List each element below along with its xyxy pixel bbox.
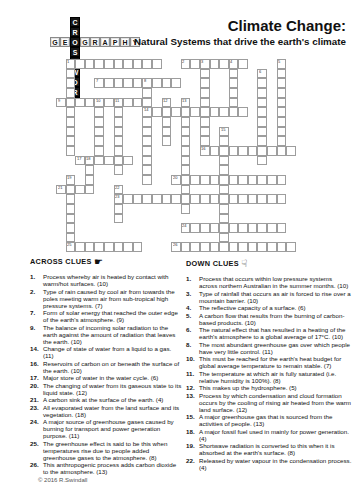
grid-cell[interactable]: [248, 223, 258, 233]
clue-number: 26.: [30, 461, 43, 475]
clue-item: 25.The greenhouse effect is said to be t…: [30, 440, 182, 461]
grid-cell[interactable]: [200, 69, 210, 79]
grid-cell[interactable]: 7: [94, 78, 104, 88]
grid-cell[interactable]: [267, 194, 277, 204]
grid-cell[interactable]: [142, 156, 152, 166]
grid-cell[interactable]: [210, 175, 220, 185]
grid-cell[interactable]: [277, 242, 287, 252]
grid-cell[interactable]: [114, 78, 124, 88]
grid-cell[interactable]: [181, 165, 191, 175]
grid-cell[interactable]: [133, 242, 143, 252]
grid-cell[interactable]: [277, 194, 287, 204]
grid-cell[interactable]: [75, 242, 85, 252]
grid-cell[interactable]: [257, 88, 267, 98]
grid-cell[interactable]: [248, 146, 258, 156]
grid-cell[interactable]: [229, 223, 239, 233]
grid-cell[interactable]: [75, 185, 85, 195]
grid-cell[interactable]: [210, 59, 220, 69]
grid-cell[interactable]: [200, 88, 210, 98]
grid-cell[interactable]: [162, 127, 172, 137]
cell-number: 22: [115, 186, 119, 190]
grid-cell[interactable]: 19: [66, 175, 76, 185]
clue-text: Shortwave radiation is converted to this…: [199, 442, 352, 456]
grid-cell[interactable]: [171, 107, 181, 117]
grid-cell[interactable]: [257, 194, 267, 204]
grid-cell[interactable]: [181, 242, 191, 252]
grid-cell[interactable]: [190, 107, 200, 117]
grid-cell[interactable]: 18: [85, 156, 95, 166]
clue-item: 18.A major fossil fuel used in mainly fo…: [186, 428, 352, 442]
grid-cell[interactable]: [66, 69, 76, 79]
grid-cell[interactable]: [133, 78, 143, 88]
grid-cell[interactable]: [85, 175, 95, 185]
grid-cell[interactable]: [142, 136, 152, 146]
grid-cell[interactable]: [66, 88, 76, 98]
grid-cell[interactable]: [94, 156, 104, 166]
grid-cell[interactable]: [114, 204, 124, 214]
grid-cell[interactable]: 4: [229, 59, 239, 69]
page-title: Climate Change:: [228, 17, 346, 34]
grid-cell[interactable]: [181, 136, 191, 146]
grid-cell[interactable]: [114, 165, 124, 175]
grid-cell[interactable]: [219, 204, 229, 214]
grid-cell[interactable]: [238, 59, 248, 69]
clue-number: 21.: [30, 396, 43, 403]
clue-number: 15.: [186, 413, 199, 427]
grid-cell[interactable]: [162, 107, 172, 117]
grid-cell[interactable]: [152, 78, 162, 88]
clue-text: Change of state of water from a liquid t…: [43, 345, 182, 359]
grid-cell[interactable]: [257, 136, 267, 146]
clue-text: Process whereby air is heated by contact…: [43, 273, 182, 287]
grid-cell[interactable]: [210, 194, 220, 204]
grid-cell[interactable]: [75, 59, 85, 69]
grid-cell[interactable]: [85, 242, 95, 252]
grid-cell[interactable]: [229, 242, 239, 252]
grid-cell[interactable]: [238, 242, 248, 252]
grid-cell[interactable]: [94, 127, 104, 137]
grid-cell[interactable]: [200, 107, 210, 117]
grid-cell[interactable]: [66, 185, 76, 195]
grid-cell[interactable]: [181, 107, 191, 117]
clue-number: 16.: [30, 360, 43, 374]
cell-number: 20: [173, 176, 177, 180]
grid-cell[interactable]: [133, 59, 143, 69]
clue-text: The greenhouse effect is said to be this…: [43, 440, 182, 461]
grid-cell[interactable]: [219, 223, 229, 233]
grid-cell[interactable]: [219, 242, 229, 252]
grid-cell[interactable]: [257, 223, 267, 233]
clue-number: 7.: [30, 309, 43, 323]
down-clues-section: DOWN CLUES ☟ 1.Process that occurs withi…: [186, 260, 352, 471]
clue-number: 12.: [186, 384, 199, 391]
grid-cell[interactable]: [75, 98, 85, 108]
grid-cell[interactable]: [104, 242, 114, 252]
grid-cell[interactable]: [162, 194, 172, 204]
grid-cell[interactable]: [219, 107, 229, 117]
grid-cell[interactable]: [219, 165, 229, 175]
grid-cell[interactable]: [190, 59, 200, 69]
clue-number: 6.: [186, 326, 199, 340]
clue-number: 2.: [30, 288, 43, 309]
grid-cell[interactable]: [66, 127, 76, 137]
clue-number: 1.: [186, 275, 199, 289]
logo-letter-tile: A: [100, 37, 110, 47]
grid-cell[interactable]: [277, 146, 287, 156]
grid-cell[interactable]: [200, 78, 210, 88]
grid-cell[interactable]: [277, 98, 287, 108]
cell-number: 14: [144, 108, 148, 112]
clue-text: A carbon sink at the surface of the eart…: [43, 396, 182, 403]
logo-letter-tile: O: [70, 37, 80, 47]
grid-cell[interactable]: [248, 194, 258, 204]
grid-cell[interactable]: [171, 78, 181, 88]
grid-cell[interactable]: [114, 214, 124, 224]
cell-number: 3: [201, 60, 203, 64]
grid-cell[interactable]: [94, 107, 104, 117]
grid-cell[interactable]: 24: [181, 223, 191, 233]
grid-cell[interactable]: [142, 117, 152, 127]
grid-cell[interactable]: [114, 59, 124, 69]
cell-number: 16: [201, 147, 205, 151]
clue-item: 9.The balance of incoming solar radiatio…: [30, 324, 182, 345]
grid-cell[interactable]: [114, 107, 124, 117]
cell-number: 11: [115, 99, 119, 103]
grid-cell[interactable]: [267, 175, 277, 185]
grid-cell[interactable]: [257, 78, 267, 88]
grid-cell[interactable]: [162, 78, 172, 88]
page-subtitle: Natural Systems that drive the earth's c…: [134, 36, 346, 47]
grid-cell[interactable]: [210, 223, 220, 233]
grid-cell[interactable]: [181, 185, 191, 195]
grid-cell[interactable]: [286, 242, 296, 252]
grid-cell[interactable]: [190, 242, 200, 252]
grid-cell[interactable]: 25: [66, 242, 76, 252]
grid-cell[interactable]: [133, 98, 143, 108]
grid-cell[interactable]: [238, 194, 248, 204]
clue-number: 1.: [30, 273, 43, 287]
clue-number: 25.: [30, 440, 43, 461]
grid-cell[interactable]: 12: [162, 98, 172, 108]
grid-cell[interactable]: [229, 107, 239, 117]
grid-cell[interactable]: [66, 194, 76, 204]
grid-cell[interactable]: [267, 242, 277, 252]
grid-cell[interactable]: [200, 175, 210, 185]
grid-cell[interactable]: 16: [200, 146, 210, 156]
grid-cell[interactable]: [123, 194, 133, 204]
grid-cell[interactable]: [94, 146, 104, 156]
clue-number: 22.: [186, 457, 199, 471]
grid-cell[interactable]: [66, 223, 76, 233]
grid-cell[interactable]: [85, 165, 95, 175]
grid-cell[interactable]: [133, 194, 143, 204]
grid-cell[interactable]: [104, 156, 114, 166]
clue-text: This anthropogenic process adds carbon d…: [43, 461, 182, 475]
clue-text: Type of rain caused by cool air from tow…: [43, 288, 182, 309]
grid-cell[interactable]: [229, 175, 239, 185]
grid-cell[interactable]: [219, 194, 229, 204]
clue-text: A major fossil fuel used in mainly for p…: [199, 428, 352, 442]
grid-cell[interactable]: [181, 146, 191, 156]
clue-text: A major source of greenhouse gases cause…: [43, 418, 182, 439]
grid-cell[interactable]: [123, 242, 133, 252]
clue-text: Process by which condensation and cloud …: [199, 392, 352, 413]
grid-cell[interactable]: [142, 165, 152, 175]
grid-cell[interactable]: [114, 156, 124, 166]
grid-cell[interactable]: [181, 175, 191, 185]
clue-text: The changing of water from its gaseous s…: [43, 382, 182, 396]
clue-number: 24.: [30, 418, 43, 439]
grid-cell[interactable]: [142, 98, 152, 108]
clue-item: 24.A major source of greenhouse gases ca…: [30, 418, 182, 439]
clue-text: The reflective capacity of a surface. (6…: [199, 304, 352, 311]
across-clues-header: ACROSS CLUES ☛: [30, 258, 182, 265]
grid-cell[interactable]: 11: [114, 98, 124, 108]
grid-cell[interactable]: [181, 156, 191, 166]
grid-cell[interactable]: [162, 117, 172, 127]
grid-cell[interactable]: [104, 98, 114, 108]
grid-cell[interactable]: [229, 88, 239, 98]
grid-cell[interactable]: 1: [66, 59, 76, 69]
grid-cell[interactable]: [123, 98, 133, 108]
grid-cell[interactable]: [219, 175, 229, 185]
logo-letter-tile: R: [70, 27, 80, 37]
grid-cell[interactable]: [238, 107, 248, 117]
clue-text: All evaporated water from the land surfa…: [43, 404, 182, 418]
grid-cell[interactable]: [66, 136, 76, 146]
clue-text: The natural effect that has resulted in …: [199, 326, 352, 340]
cell-number: 17: [77, 157, 81, 161]
pointing-hand-down-icon: ☟: [241, 258, 247, 269]
grid-cell[interactable]: [181, 127, 191, 137]
grid-cell[interactable]: [200, 242, 210, 252]
cell-number: 13: [182, 99, 186, 103]
cell-number: 26: [173, 243, 177, 247]
cell-number: 1: [67, 60, 69, 64]
grid-cell[interactable]: [257, 175, 267, 185]
clue-number: 19.: [186, 442, 199, 456]
grid-cell[interactable]: [94, 242, 104, 252]
grid-cell[interactable]: [248, 242, 258, 252]
clue-number: 20.: [30, 382, 43, 396]
grid-cell[interactable]: [219, 156, 229, 166]
clue-number: 14.: [30, 345, 43, 359]
grid-cell[interactable]: [142, 59, 152, 69]
grid-cell[interactable]: 15: [219, 127, 229, 137]
grid-cell[interactable]: [190, 194, 200, 204]
grid-cell[interactable]: [277, 175, 287, 185]
grid-cell[interactable]: [85, 185, 95, 195]
grid-cell[interactable]: [66, 233, 76, 243]
clue-text: A major greenhouse gas that is sourced f…: [199, 413, 352, 427]
cell-number: 8: [144, 79, 146, 83]
grid-cell[interactable]: [277, 88, 287, 98]
clue-item: 20.The changing of water from its gaseou…: [30, 382, 182, 396]
logo-letter-tile: H: [120, 37, 130, 47]
grid-cell[interactable]: [94, 59, 104, 69]
grid-cell[interactable]: [66, 146, 76, 156]
grid-cell[interactable]: [200, 98, 210, 108]
grid-cell[interactable]: 22: [114, 185, 124, 195]
grid-cell[interactable]: [142, 88, 152, 98]
cell-number: 15: [221, 128, 225, 132]
grid-cell[interactable]: [219, 185, 229, 195]
grid-cell[interactable]: [66, 214, 76, 224]
clue-item: 1.Process whereby air is heated by conta…: [30, 273, 182, 287]
clue-text: This makes up the hydrosphere. (5): [199, 384, 352, 391]
clue-item: 19.Shortwave radiation is converted to t…: [186, 442, 352, 456]
cell-number: 12: [163, 99, 167, 103]
clue-item: 23.All evaporated water from the land su…: [30, 404, 182, 418]
grid-cell[interactable]: [200, 223, 210, 233]
grid-cell[interactable]: [277, 127, 287, 137]
grid-cell[interactable]: 9: [56, 98, 66, 108]
grid-cell[interactable]: [267, 223, 277, 233]
clue-item: 16.Reservoirs of carbon on or beneath th…: [30, 360, 182, 374]
grid-cell[interactable]: [94, 136, 104, 146]
clue-item: 10.This must be reached for the earth's …: [186, 355, 352, 369]
grid-cell[interactable]: [200, 127, 210, 137]
grid-cell[interactable]: [152, 194, 162, 204]
grid-cell[interactable]: [114, 242, 124, 252]
grid-cell[interactable]: 5: [277, 59, 287, 69]
grid-cell[interactable]: [210, 107, 220, 117]
grid-cell[interactable]: [114, 146, 124, 156]
grid-cell[interactable]: [66, 107, 76, 117]
grid-cell[interactable]: [94, 117, 104, 127]
grid-cell[interactable]: 14: [142, 107, 152, 117]
grid-cell[interactable]: [257, 156, 267, 166]
grid-cell[interactable]: [142, 146, 152, 156]
grid-cell[interactable]: [257, 117, 267, 127]
grid-cell[interactable]: [219, 233, 229, 243]
grid-cell[interactable]: 26: [171, 242, 181, 252]
clue-item: 8.The most abundant greenhouse gas over …: [186, 341, 352, 355]
copyright-text: © 2016 R.Swindall: [38, 477, 87, 483]
grid-cell[interactable]: [152, 59, 162, 69]
clue-item: 13.Process by which condensation and clo…: [186, 392, 352, 413]
grid-cell[interactable]: [66, 204, 76, 214]
clue-number: 23.: [30, 404, 43, 418]
crossword-grid: 1234567891011121314151617181920212223242…: [56, 59, 296, 252]
grid-cell[interactable]: [85, 98, 95, 108]
clue-text: Process that occurs within low pressure …: [199, 275, 352, 289]
grid-cell[interactable]: [248, 175, 258, 185]
clue-item: 26.This anthropogenic process adds carbo…: [30, 461, 182, 475]
grid-cell[interactable]: [200, 117, 210, 127]
grid-cell[interactable]: [181, 194, 191, 204]
grid-cell[interactable]: [66, 78, 76, 88]
grid-cell[interactable]: [277, 223, 287, 233]
grid-cell[interactable]: [229, 194, 239, 204]
clue-item: 3.Type of rainfall that occurs as air is…: [186, 290, 352, 304]
grid-cell[interactable]: [277, 78, 287, 88]
across-clues-section: ACROSS CLUES ☛ 1.Process whereby air is …: [30, 258, 182, 476]
grid-cell[interactable]: [257, 98, 267, 108]
logo-letter-tile: G: [80, 37, 90, 47]
grid-cell[interactable]: [257, 127, 267, 137]
grid-cell[interactable]: 23: [114, 194, 124, 204]
grid-cell[interactable]: 10: [94, 98, 104, 108]
grid-cell[interactable]: [210, 146, 220, 156]
grid-cell[interactable]: [267, 146, 277, 156]
grid-cell[interactable]: [104, 59, 114, 69]
grid-cell[interactable]: 21: [56, 185, 66, 195]
grid-cell[interactable]: 2: [181, 59, 191, 69]
grid-cell[interactable]: [200, 136, 210, 146]
clue-item: 14.Change of state of water from a liqui…: [30, 345, 182, 359]
grid-cell[interactable]: [152, 107, 162, 117]
grid-cell[interactable]: [200, 194, 210, 204]
grid-cell[interactable]: [66, 117, 76, 127]
clue-text: The balance of incoming solar radiation …: [43, 324, 182, 345]
clue-number: 3.: [186, 290, 199, 304]
grid-cell[interactable]: [257, 146, 267, 156]
grid-cell[interactable]: [181, 204, 191, 214]
grid-cell[interactable]: [114, 117, 124, 127]
grid-cell[interactable]: [85, 59, 95, 69]
grid-cell[interactable]: [277, 117, 287, 127]
grid-cell[interactable]: [257, 242, 267, 252]
grid-cell[interactable]: 8: [142, 78, 152, 88]
clue-item: 7.Form of solar energy that reached the …: [30, 309, 182, 323]
grid-cell[interactable]: [238, 175, 248, 185]
grid-cell[interactable]: [142, 194, 152, 204]
grid-cell[interactable]: [286, 146, 296, 156]
grid-cell[interactable]: [229, 78, 239, 88]
grid-cell[interactable]: [104, 78, 114, 88]
grid-cell[interactable]: [229, 98, 239, 108]
grid-cell[interactable]: 13: [181, 98, 191, 108]
grid-cell[interactable]: [181, 117, 191, 127]
cell-number: 7: [96, 79, 98, 83]
grid-cell[interactable]: [123, 156, 133, 166]
grid-cell[interactable]: [257, 107, 267, 117]
grid-cell[interactable]: [123, 59, 133, 69]
grid-cell[interactable]: [142, 127, 152, 137]
grid-cell[interactable]: [277, 136, 287, 146]
grid-cell[interactable]: [210, 242, 220, 252]
grid-cell[interactable]: [114, 127, 124, 137]
grid-cell[interactable]: [114, 136, 124, 146]
grid-cell[interactable]: [190, 175, 200, 185]
cell-number: 10: [96, 99, 100, 103]
logo-letter-tile: P: [110, 37, 120, 47]
grid-cell[interactable]: [238, 146, 248, 156]
grid-cell[interactable]: [219, 146, 229, 156]
grid-cell[interactable]: [190, 223, 200, 233]
grid-cell[interactable]: [219, 214, 229, 224]
grid-cell[interactable]: [277, 107, 287, 117]
grid-cell[interactable]: 20: [171, 175, 181, 185]
grid-cell[interactable]: [238, 223, 248, 233]
grid-cell[interactable]: 3: [200, 59, 210, 69]
grid-cell[interactable]: [66, 98, 76, 108]
grid-cell[interactable]: [219, 136, 229, 146]
grid-cell[interactable]: [123, 78, 133, 88]
grid-cell[interactable]: [171, 194, 181, 204]
grid-cell[interactable]: [229, 146, 239, 156]
clue-item: 17.Major store of water in the water cyc…: [30, 374, 182, 381]
grid-cell[interactable]: 17: [75, 156, 85, 166]
grid-cell[interactable]: [162, 136, 172, 146]
grid-cell[interactable]: [219, 59, 229, 69]
grid-cell[interactable]: [277, 69, 287, 79]
clue-item: 12.This makes up the hydrosphere. (5): [186, 384, 352, 391]
grid-cell[interactable]: [229, 69, 239, 79]
grid-cell[interactable]: 6: [257, 69, 267, 79]
grid-cell[interactable]: [142, 175, 152, 185]
